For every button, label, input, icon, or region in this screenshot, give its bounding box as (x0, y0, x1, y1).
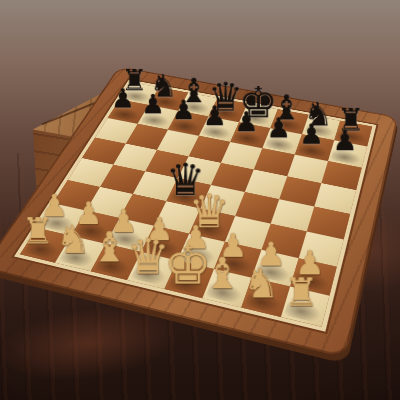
chess-set-photo: ♜♞♝♛♚♝♞♜♟♟♟♟♟♟♟♟♛♛♟♟♟♟♟♟♟♟♜♞♝♛♚♝♞♜ (0, 0, 400, 400)
photo-vignette (0, 0, 400, 400)
